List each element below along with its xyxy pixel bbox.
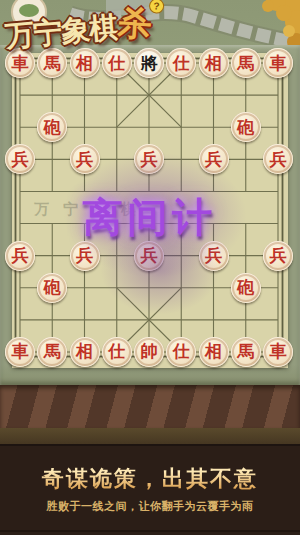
- piece-砲[interactable]: 砲: [37, 273, 67, 303]
- piece-兵[interactable]: 兵: [70, 241, 100, 271]
- piece-兵[interactable]: 兵: [199, 144, 229, 174]
- slogan-headline: 奇谋诡策，出其不意: [0, 464, 300, 494]
- piece-車[interactable]: 車: [5, 337, 35, 367]
- piece-帥[interactable]: 帥: [134, 337, 164, 367]
- piece-砲[interactable]: 砲: [231, 273, 261, 303]
- wooden-roof-edge: [0, 385, 300, 428]
- game-title-suffix: 杀?: [116, 0, 153, 48]
- game-title-text: 万宁象棋: [4, 11, 118, 53]
- piece-馬[interactable]: 馬: [231, 48, 261, 78]
- piece-相[interactable]: 相: [199, 337, 229, 367]
- piece-相[interactable]: 相: [70, 48, 100, 78]
- piece-兵[interactable]: 兵: [134, 241, 164, 271]
- slogan-subline: 胜败于一线之间，让你翻手为云覆手为雨: [0, 499, 300, 514]
- piece-車[interactable]: 車: [263, 48, 293, 78]
- piece-將[interactable]: 將: [134, 48, 164, 78]
- stratagem-title: 离间计: [0, 190, 300, 245]
- piece-相[interactable]: 相: [70, 337, 100, 367]
- piece-仕[interactable]: 仕: [102, 48, 132, 78]
- piece-砲[interactable]: 砲: [231, 112, 261, 142]
- piece-車[interactable]: 車: [263, 337, 293, 367]
- piece-兵[interactable]: 兵: [5, 241, 35, 271]
- piece-馬[interactable]: 馬: [231, 337, 261, 367]
- piece-仕[interactable]: 仕: [102, 337, 132, 367]
- piece-兵[interactable]: 兵: [199, 241, 229, 271]
- piece-兵[interactable]: 兵: [263, 241, 293, 271]
- piece-兵[interactable]: 兵: [70, 144, 100, 174]
- roof-moss-band: [0, 428, 300, 444]
- piece-相[interactable]: 相: [199, 48, 229, 78]
